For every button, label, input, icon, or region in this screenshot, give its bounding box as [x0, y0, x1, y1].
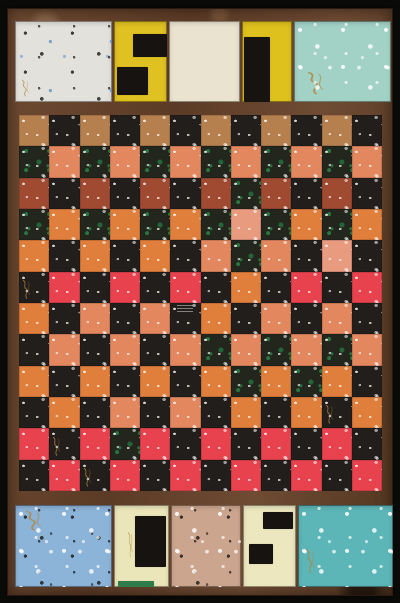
board-square-r4c6[interactable] [170, 209, 200, 240]
board-square-r2c5[interactable] [140, 146, 170, 177]
board-square-r9c9[interactable] [261, 366, 291, 397]
gold-script-mark [304, 548, 318, 576]
gold-script-mark [304, 71, 329, 97]
black-paint-fragment [249, 544, 273, 565]
board-square-r7c3[interactable] [80, 303, 110, 334]
board-square-r2c3[interactable] [80, 146, 110, 177]
cream-panel [169, 21, 240, 102]
mint-speckled-panel [294, 21, 391, 102]
board-square-r4c2[interactable] [49, 209, 79, 240]
bottom-panel-row [15, 505, 385, 587]
board-square-r5c8[interactable] [231, 240, 261, 271]
board-square-r12c3[interactable] [80, 460, 110, 491]
board-square-r12c8[interactable] [231, 460, 261, 491]
black-paint-fragment [263, 512, 293, 529]
gold-script-mark [51, 436, 63, 458]
board-square-r6c9[interactable] [261, 272, 291, 303]
board-square-r7c10[interactable] [291, 303, 321, 334]
black-paint-fragment [133, 34, 167, 57]
gold-script-mark [21, 279, 33, 301]
board-square-r7c9[interactable] [261, 303, 291, 334]
board-square-r7c6[interactable] [170, 303, 200, 334]
board-square-r11c7[interactable] [201, 428, 231, 459]
board-square-r1c3[interactable] [80, 115, 110, 146]
board-square-r9c8[interactable] [231, 366, 261, 397]
board-square-r1c9[interactable] [261, 115, 291, 146]
board-square-r3c5[interactable] [140, 178, 170, 209]
board-square-r4c7[interactable] [201, 209, 231, 240]
white-speckled-panel [15, 21, 112, 102]
pale-yellow-panel-black-fragment-c [114, 505, 169, 587]
photo-background: folk-art painted wood 12x12 checkerboard… [0, 0, 400, 603]
board-square-r5c5[interactable] [140, 240, 170, 271]
board-square-r3c10[interactable] [291, 178, 321, 209]
board-square-r9c5[interactable] [140, 366, 170, 397]
checkerboard [19, 115, 382, 491]
board-square-r12c4[interactable] [110, 460, 140, 491]
board-square-r8c1[interactable] [19, 334, 49, 365]
board-square-r9c7[interactable] [201, 366, 231, 397]
teal-speckled-panel [298, 505, 393, 587]
board-square-r6c1[interactable] [19, 272, 49, 303]
board-square-r6c11[interactable] [322, 272, 352, 303]
board-square-r6c2[interactable] [49, 272, 79, 303]
board-square-r3c11[interactable] [322, 178, 352, 209]
board-square-r11c5[interactable] [140, 428, 170, 459]
board-square-r8c8[interactable] [231, 334, 261, 365]
board-square-r9c1[interactable] [19, 366, 49, 397]
board-square-r11c1[interactable] [19, 428, 49, 459]
board-square-r9c3[interactable] [80, 366, 110, 397]
board-square-r8c5[interactable] [140, 334, 170, 365]
tan-speckled-panel [171, 505, 241, 587]
board-square-r2c2[interactable] [49, 146, 79, 177]
board-square-r5c1[interactable] [19, 240, 49, 271]
board-square-r5c2[interactable] [49, 240, 79, 271]
board-square-r12c10[interactable] [291, 460, 321, 491]
board-square-r9c2[interactable] [49, 366, 79, 397]
board-square-r5c11[interactable] [322, 240, 352, 271]
board-square-r8c7[interactable] [201, 334, 231, 365]
board-square-r11c10[interactable] [291, 428, 321, 459]
board-square-r1c5[interactable] [140, 115, 170, 146]
board-square-r11c4[interactable] [110, 428, 140, 459]
board-square-r1c10[interactable] [291, 115, 321, 146]
board-square-r4c1[interactable] [19, 209, 49, 240]
board-square-r11c8[interactable] [231, 428, 261, 459]
board-square-r4c4[interactable] [110, 209, 140, 240]
board-square-r6c10[interactable] [291, 272, 321, 303]
board-square-r11c2[interactable] [49, 428, 79, 459]
board-square-r6c12[interactable] [352, 272, 382, 303]
board-square-r10c11[interactable] [322, 397, 352, 428]
board-square-r8c10[interactable] [291, 334, 321, 365]
board-square-r8c4[interactable] [110, 334, 140, 365]
board-square-r3c6[interactable] [170, 178, 200, 209]
board-square-r5c12[interactable] [352, 240, 382, 271]
board-square-r5c10[interactable] [291, 240, 321, 271]
board-square-r9c11[interactable] [322, 366, 352, 397]
black-paint-fragment [244, 37, 270, 102]
board-square-r12c11[interactable] [322, 460, 352, 491]
board-square-r2c11[interactable] [322, 146, 352, 177]
board-square-r8c3[interactable] [80, 334, 110, 365]
gold-script-mark [82, 467, 94, 489]
board-square-r2c12[interactable] [352, 146, 382, 177]
board-square-r10c5[interactable] [140, 397, 170, 428]
board-square-r11c6[interactable] [170, 428, 200, 459]
board-square-r1c7[interactable] [201, 115, 231, 146]
board-square-r1c8[interactable] [231, 115, 261, 146]
board-square-r6c7[interactable] [201, 272, 231, 303]
white-stamp-mark [177, 305, 193, 312]
board-square-r4c5[interactable] [140, 209, 170, 240]
board-square-r1c6[interactable] [170, 115, 200, 146]
board-square-r7c5[interactable] [140, 303, 170, 334]
board-square-r10c4[interactable] [110, 397, 140, 428]
board-square-r12c9[interactable] [261, 460, 291, 491]
board-square-r4c11[interactable] [322, 209, 352, 240]
board-square-r12c6[interactable] [170, 460, 200, 491]
board-square-r10c7[interactable] [201, 397, 231, 428]
board-square-r2c9[interactable] [261, 146, 291, 177]
board-square-r1c2[interactable] [49, 115, 79, 146]
board-square-r8c6[interactable] [170, 334, 200, 365]
board-square-r1c4[interactable] [110, 115, 140, 146]
board-square-r3c3[interactable] [80, 178, 110, 209]
board-square-r7c1[interactable] [19, 303, 49, 334]
board-square-r8c11[interactable] [322, 334, 352, 365]
board-square-r5c3[interactable] [80, 240, 110, 271]
board-square-r10c1[interactable] [19, 397, 49, 428]
board-square-r8c2[interactable] [49, 334, 79, 365]
board-square-r8c9[interactable] [261, 334, 291, 365]
board-square-r9c6[interactable] [170, 366, 200, 397]
gold-script-mark [20, 79, 32, 98]
board-square-r11c11[interactable] [322, 428, 352, 459]
black-paint-fragment [118, 581, 153, 587]
board-square-r3c2[interactable] [49, 178, 79, 209]
board-square-r2c4[interactable] [110, 146, 140, 177]
pale-yellow-panel-black-fragment-five [243, 505, 296, 587]
board-square-r10c8[interactable] [231, 397, 261, 428]
board-square-r6c4[interactable] [110, 272, 140, 303]
board-square-r8c12[interactable] [352, 334, 382, 365]
board-square-r3c8[interactable] [231, 178, 261, 209]
board-square-r4c12[interactable] [352, 209, 382, 240]
board-square-r7c7[interactable] [201, 303, 231, 334]
board-square-r6c3[interactable] [80, 272, 110, 303]
board-square-r10c9[interactable] [261, 397, 291, 428]
board-square-r6c8[interactable] [231, 272, 261, 303]
board-square-r10c2[interactable] [49, 397, 79, 428]
board-square-r3c12[interactable] [352, 178, 382, 209]
black-paint-fragment [135, 516, 166, 567]
board-square-r2c10[interactable] [291, 146, 321, 177]
board-square-r2c6[interactable] [170, 146, 200, 177]
board-square-r6c5[interactable] [140, 272, 170, 303]
board-square-r2c7[interactable] [201, 146, 231, 177]
board-square-r4c10[interactable] [291, 209, 321, 240]
board-square-r9c4[interactable] [110, 366, 140, 397]
board-square-r11c9[interactable] [261, 428, 291, 459]
board-square-r3c4[interactable] [110, 178, 140, 209]
yellow-panel-black-fragment-bar [242, 21, 292, 102]
board-square-r12c7[interactable] [201, 460, 231, 491]
board-square-r7c12[interactable] [352, 303, 382, 334]
yellow-panel-black-fragment-s [114, 21, 167, 102]
board-square-r5c7[interactable] [201, 240, 231, 271]
board-square-r12c12[interactable] [352, 460, 382, 491]
board-square-r11c12[interactable] [352, 428, 382, 459]
gold-script-mark [127, 531, 134, 561]
top-panel-row [15, 21, 385, 102]
board-square-r3c7[interactable] [201, 178, 231, 209]
board-square-r7c4[interactable] [110, 303, 140, 334]
black-paint-fragment [117, 67, 149, 95]
board-square-r1c1[interactable] [19, 115, 49, 146]
board-square-r3c1[interactable] [19, 178, 49, 209]
board-square-r7c11[interactable] [322, 303, 352, 334]
board-square-r9c10[interactable] [291, 366, 321, 397]
board-square-r5c9[interactable] [261, 240, 291, 271]
board-square-r10c3[interactable] [80, 397, 110, 428]
board-square-r5c4[interactable] [110, 240, 140, 271]
board-square-r1c12[interactable] [352, 115, 382, 146]
board-square-r4c9[interactable] [261, 209, 291, 240]
board-square-r12c2[interactable] [49, 460, 79, 491]
board-square-r2c8[interactable] [231, 146, 261, 177]
board-square-r10c6[interactable] [170, 397, 200, 428]
artwork [7, 8, 393, 596]
board-square-r7c8[interactable] [231, 303, 261, 334]
board-square-r2c1[interactable] [19, 146, 49, 177]
board-square-r11c3[interactable] [80, 428, 110, 459]
board-square-r9c12[interactable] [352, 366, 382, 397]
board-square-r4c3[interactable] [80, 209, 110, 240]
board-square-r12c1[interactable] [19, 460, 49, 491]
board-square-r10c12[interactable] [352, 397, 382, 428]
board-square-r3c9[interactable] [261, 178, 291, 209]
board-square-r6c6[interactable] [170, 272, 200, 303]
board-square-r7c2[interactable] [49, 303, 79, 334]
board-square-r1c11[interactable] [322, 115, 352, 146]
board-square-r10c10[interactable] [291, 397, 321, 428]
gold-script-mark [22, 510, 47, 533]
board-square-r5c6[interactable] [170, 240, 200, 271]
board-square-r12c5[interactable] [140, 460, 170, 491]
board-square-r4c8[interactable] [231, 209, 261, 240]
gold-script-mark [324, 404, 336, 426]
blue-speckled-panel [15, 505, 112, 587]
